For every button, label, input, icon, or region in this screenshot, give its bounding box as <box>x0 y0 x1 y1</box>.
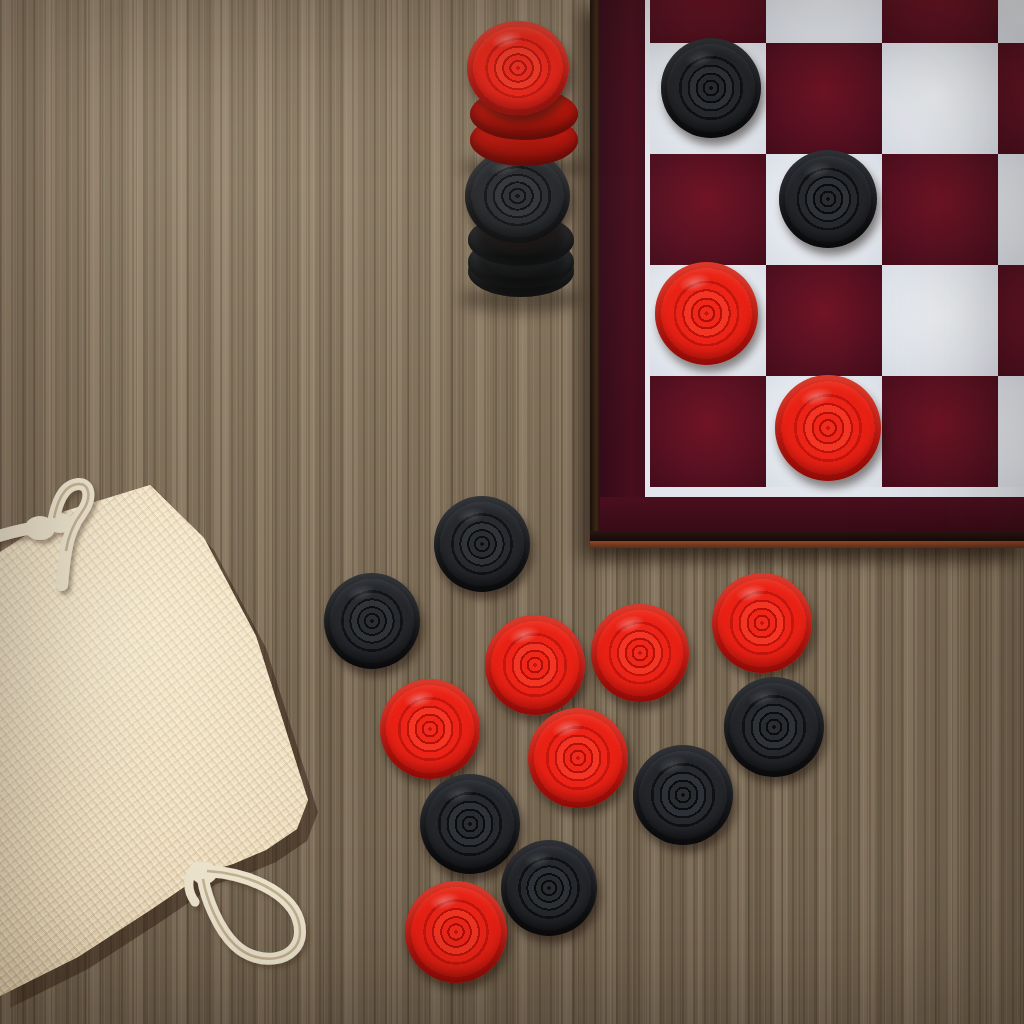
checker-red[interactable] <box>485 615 585 715</box>
checker-red[interactable] <box>528 708 628 808</box>
board-square[interactable] <box>998 376 1024 487</box>
checker-black[interactable] <box>434 496 530 592</box>
checker-red[interactable] <box>380 679 480 779</box>
checker-red[interactable] <box>775 375 881 481</box>
board-square[interactable] <box>998 0 1024 43</box>
board-square[interactable] <box>882 265 998 376</box>
checker-red[interactable] <box>591 604 689 702</box>
checker-black[interactable] <box>324 573 420 669</box>
checker-red[interactable] <box>712 573 812 673</box>
checker-red[interactable] <box>405 881 507 983</box>
checker-black[interactable] <box>633 745 733 845</box>
board-square[interactable] <box>882 43 998 154</box>
board-square[interactable] <box>766 43 882 154</box>
board-border-left <box>600 0 645 497</box>
board-square[interactable] <box>882 0 998 43</box>
board-frame-line-bottom <box>645 487 1024 497</box>
board-square[interactable] <box>766 265 882 376</box>
board-border-bottom <box>600 497 1024 531</box>
checker-black[interactable] <box>724 677 824 777</box>
board-square[interactable] <box>882 376 998 487</box>
tabletop-scene <box>0 0 1024 1024</box>
board-side-edge <box>590 0 600 541</box>
board-square[interactable] <box>650 154 766 265</box>
cord-loop-bottom <box>203 871 300 959</box>
board-square[interactable] <box>998 265 1024 376</box>
board-square[interactable] <box>882 154 998 265</box>
checker-black[interactable] <box>501 840 597 936</box>
board-square[interactable] <box>998 43 1024 154</box>
board-square[interactable] <box>650 0 766 43</box>
board-side-edge-bottom <box>590 541 1024 548</box>
checker-black[interactable] <box>661 38 761 138</box>
checker-stack-top-red[interactable] <box>467 21 569 115</box>
board-edge-shadow <box>590 531 1024 541</box>
checker-black[interactable] <box>420 774 520 874</box>
board-square[interactable] <box>998 154 1024 265</box>
checker-black[interactable] <box>779 150 877 248</box>
checker-red[interactable] <box>655 262 758 365</box>
cord-detail <box>203 871 300 959</box>
board-square[interactable] <box>650 376 766 487</box>
board-square[interactable] <box>766 0 882 43</box>
